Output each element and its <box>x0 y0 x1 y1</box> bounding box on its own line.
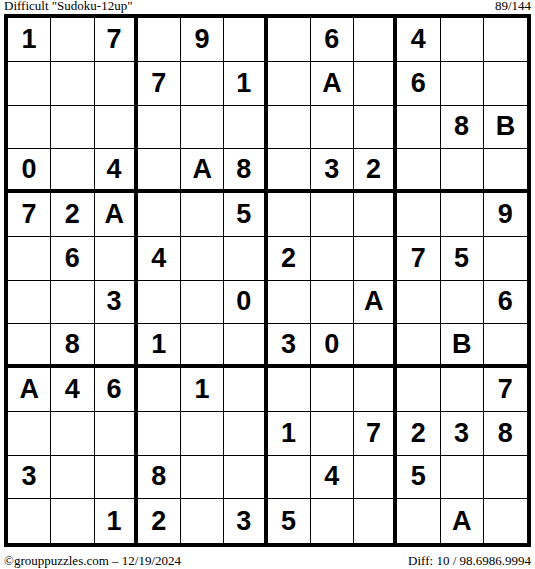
cell-r6c3-empty[interactable] <box>95 237 138 281</box>
cell-r6c5-empty[interactable] <box>181 237 224 281</box>
cell-r3c9-empty[interactable] <box>354 106 397 150</box>
cell-r9c5-given[interactable]: 1 <box>181 368 224 412</box>
cell-r5c6-given[interactable]: 5 <box>224 193 267 237</box>
cell-r9c9-empty[interactable] <box>354 368 397 412</box>
cell-r7c1-empty[interactable] <box>8 281 51 325</box>
cell-r12c9-empty[interactable] <box>354 499 397 543</box>
cell-r8c5-empty[interactable] <box>181 324 224 368</box>
cell-r10c4-empty[interactable] <box>138 412 181 456</box>
cell-r9c6-empty[interactable] <box>224 368 267 412</box>
copyright-text: ©grouppuzzles.com – 12/19/2024 <box>4 553 181 568</box>
cell-r3c4-empty[interactable] <box>138 106 181 150</box>
cell-r6c6-empty[interactable] <box>224 237 267 281</box>
cell-r1c5-given[interactable]: 9 <box>181 18 224 62</box>
cell-r12c6-given[interactable]: 3 <box>224 499 267 543</box>
puzzle-title: Difficult "Sudoku-12up" <box>4 0 132 13</box>
cell-r6c10-given[interactable]: 7 <box>397 237 440 281</box>
cell-r9c12-given[interactable]: 7 <box>484 368 527 412</box>
cell-r12c2-empty[interactable] <box>51 499 94 543</box>
cell-r8c12-empty[interactable] <box>484 324 527 368</box>
cell-r8c1-empty[interactable] <box>8 324 51 368</box>
cell-r2c4-given[interactable]: 7 <box>138 62 181 106</box>
cell-r1c10-given[interactable]: 4 <box>397 18 440 62</box>
cell-r10c3-empty[interactable] <box>95 412 138 456</box>
puzzle-page: Difficult "Sudoku-12up" 89/144 1796471A6… <box>0 0 535 569</box>
cell-r12c1-empty[interactable] <box>8 499 51 543</box>
cell-r6c2-given[interactable]: 6 <box>51 237 94 281</box>
cell-r8c3-empty[interactable] <box>95 324 138 368</box>
cell-r7c4-empty[interactable] <box>138 281 181 325</box>
page-header: Difficult "Sudoku-12up" 89/144 <box>4 0 531 13</box>
cell-r10c6-empty[interactable] <box>224 412 267 456</box>
cell-r12c7-given[interactable]: 5 <box>268 499 311 543</box>
cell-r4c9-given[interactable]: 2 <box>354 149 397 193</box>
cell-r1c4-empty[interactable] <box>138 18 181 62</box>
cell-r11c11-empty[interactable] <box>441 456 484 500</box>
cell-r9c3-given[interactable]: 6 <box>95 368 138 412</box>
cell-r3c11-given[interactable]: 8 <box>441 106 484 150</box>
cell-r5c3-given[interactable]: A <box>95 193 138 237</box>
cell-r10c9-given[interactable]: 7 <box>354 412 397 456</box>
cell-r5c1-given[interactable]: 7 <box>8 193 51 237</box>
cell-r9c10-empty[interactable] <box>397 368 440 412</box>
cell-r4c8-given[interactable]: 3 <box>311 149 354 193</box>
cell-r3c10-empty[interactable] <box>397 106 440 150</box>
cell-r1c11-empty[interactable] <box>441 18 484 62</box>
cell-r6c11-given[interactable]: 5 <box>441 237 484 281</box>
cell-r1c2-empty[interactable] <box>51 18 94 62</box>
cell-r11c9-empty[interactable] <box>354 456 397 500</box>
cell-r12c11-given[interactable]: A <box>441 499 484 543</box>
cell-r2c8-given[interactable]: A <box>311 62 354 106</box>
cell-r10c1-empty[interactable] <box>8 412 51 456</box>
cell-r2c3-empty[interactable] <box>95 62 138 106</box>
sudoku-board: 1796471A68B04A83272A596427530A68130BA461… <box>4 14 531 547</box>
cell-r7c2-empty[interactable] <box>51 281 94 325</box>
cell-r11c6-empty[interactable] <box>224 456 267 500</box>
cell-r11c12-empty[interactable] <box>484 456 527 500</box>
cell-r7c6-given[interactable]: 0 <box>224 281 267 325</box>
cell-r10c5-empty[interactable] <box>181 412 224 456</box>
cell-r11c1-given[interactable]: 3 <box>8 456 51 500</box>
cell-r7c11-empty[interactable] <box>441 281 484 325</box>
cell-r3c7-empty[interactable] <box>268 106 311 150</box>
cell-r4c1-given[interactable]: 0 <box>8 149 51 193</box>
cell-r10c12-given[interactable]: 8 <box>484 412 527 456</box>
cell-r1c3-given[interactable]: 7 <box>95 18 138 62</box>
cell-r8c10-empty[interactable] <box>397 324 440 368</box>
cell-r5c8-empty[interactable] <box>311 193 354 237</box>
cell-r2c7-empty[interactable] <box>268 62 311 106</box>
cell-r3c6-empty[interactable] <box>224 106 267 150</box>
cell-r11c7-empty[interactable] <box>268 456 311 500</box>
cell-r6c1-empty[interactable] <box>8 237 51 281</box>
cell-r2c10-given[interactable]: 6 <box>397 62 440 106</box>
cell-r4c12-empty[interactable] <box>484 149 527 193</box>
cell-r9c7-empty[interactable] <box>268 368 311 412</box>
cell-r7c5-empty[interactable] <box>181 281 224 325</box>
cell-r4c7-empty[interactable] <box>268 149 311 193</box>
cell-r2c2-empty[interactable] <box>51 62 94 106</box>
cell-r10c8-empty[interactable] <box>311 412 354 456</box>
cell-r8c11-given[interactable]: B <box>441 324 484 368</box>
cell-r7c7-empty[interactable] <box>268 281 311 325</box>
cell-r6c4-given[interactable]: 4 <box>138 237 181 281</box>
puzzle-counter: 89/144 <box>495 0 531 13</box>
cell-r2c11-empty[interactable] <box>441 62 484 106</box>
cell-r1c6-empty[interactable] <box>224 18 267 62</box>
cell-r3c2-empty[interactable] <box>51 106 94 150</box>
cell-r12c3-given[interactable]: 1 <box>95 499 138 543</box>
cell-r5c11-empty[interactable] <box>441 193 484 237</box>
cell-r2c12-empty[interactable] <box>484 62 527 106</box>
cell-r7c3-given[interactable]: 3 <box>95 281 138 325</box>
cell-r9c4-empty[interactable] <box>138 368 181 412</box>
cell-r8c9-empty[interactable] <box>354 324 397 368</box>
cell-r11c4-given[interactable]: 8 <box>138 456 181 500</box>
cell-r12c12-empty[interactable] <box>484 499 527 543</box>
cell-r1c9-empty[interactable] <box>354 18 397 62</box>
cell-r12c8-empty[interactable] <box>311 499 354 543</box>
cell-r9c8-empty[interactable] <box>311 368 354 412</box>
cell-r9c2-given[interactable]: 4 <box>51 368 94 412</box>
cell-r1c7-empty[interactable] <box>268 18 311 62</box>
cell-r7c8-empty[interactable] <box>311 281 354 325</box>
cell-r3c8-empty[interactable] <box>311 106 354 150</box>
cell-r5c7-empty[interactable] <box>268 193 311 237</box>
cell-r7c12-given[interactable]: 6 <box>484 281 527 325</box>
cell-r2c1-empty[interactable] <box>8 62 51 106</box>
cell-r7c9-given[interactable]: A <box>354 281 397 325</box>
cell-r11c3-empty[interactable] <box>95 456 138 500</box>
cell-r3c3-empty[interactable] <box>95 106 138 150</box>
cell-r9c11-empty[interactable] <box>441 368 484 412</box>
cell-r11c8-given[interactable]: 4 <box>311 456 354 500</box>
cell-r4c11-empty[interactable] <box>441 149 484 193</box>
cell-r9c1-given[interactable]: A <box>8 368 51 412</box>
cell-r4c5-given[interactable]: A <box>181 149 224 193</box>
cell-r4c10-empty[interactable] <box>397 149 440 193</box>
cell-r3c5-empty[interactable] <box>181 106 224 150</box>
cell-r10c2-empty[interactable] <box>51 412 94 456</box>
cell-r8c7-given[interactable]: 3 <box>268 324 311 368</box>
cell-r6c8-empty[interactable] <box>311 237 354 281</box>
cell-r5c2-given[interactable]: 2 <box>51 193 94 237</box>
cell-r8c6-empty[interactable] <box>224 324 267 368</box>
cell-r5c10-empty[interactable] <box>397 193 440 237</box>
difficulty-text: Diff: 10 / 98.6986.9994 <box>408 553 531 568</box>
cell-r2c5-empty[interactable] <box>181 62 224 106</box>
cell-r11c5-empty[interactable] <box>181 456 224 500</box>
cell-r6c9-empty[interactable] <box>354 237 397 281</box>
cell-r10c7-given[interactable]: 1 <box>268 412 311 456</box>
cell-r12c5-empty[interactable] <box>181 499 224 543</box>
cell-r3c1-empty[interactable] <box>8 106 51 150</box>
cell-r11c10-given[interactable]: 5 <box>397 456 440 500</box>
cell-r5c9-empty[interactable] <box>354 193 397 237</box>
cell-r1c8-given[interactable]: 6 <box>311 18 354 62</box>
cell-r3c12-given[interactable]: B <box>484 106 527 150</box>
cell-r7c10-empty[interactable] <box>397 281 440 325</box>
cell-r6c12-empty[interactable] <box>484 237 527 281</box>
cell-r2c6-given[interactable]: 1 <box>224 62 267 106</box>
cell-r5c12-given[interactable]: 9 <box>484 193 527 237</box>
cell-r4c3-given[interactable]: 4 <box>95 149 138 193</box>
cell-r2c9-empty[interactable] <box>354 62 397 106</box>
cell-r12c4-given[interactable]: 2 <box>138 499 181 543</box>
cell-r5c5-empty[interactable] <box>181 193 224 237</box>
cell-r4c6-given[interactable]: 8 <box>224 149 267 193</box>
cell-r5c4-empty[interactable] <box>138 193 181 237</box>
cell-r10c10-given[interactable]: 2 <box>397 412 440 456</box>
cell-r10c11-given[interactable]: 3 <box>441 412 484 456</box>
cell-r1c12-empty[interactable] <box>484 18 527 62</box>
cell-r6c7-given[interactable]: 2 <box>268 237 311 281</box>
cell-r8c2-given[interactable]: 8 <box>51 324 94 368</box>
cell-r8c8-given[interactable]: 0 <box>311 324 354 368</box>
cell-r12c10-empty[interactable] <box>397 499 440 543</box>
cell-r8c4-given[interactable]: 1 <box>138 324 181 368</box>
cell-r11c2-empty[interactable] <box>51 456 94 500</box>
cell-r4c4-empty[interactable] <box>138 149 181 193</box>
cell-r1c1-given[interactable]: 1 <box>8 18 51 62</box>
cell-r4c2-empty[interactable] <box>51 149 94 193</box>
page-footer: ©grouppuzzles.com – 12/19/2024 Diff: 10 … <box>4 553 531 568</box>
